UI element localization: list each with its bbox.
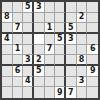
cell-r7c7-empty[interactable] [66,66,77,77]
cell-r8c7-empty[interactable] [66,77,77,88]
cell-r8c4-empty[interactable] [34,77,45,88]
cell-r7c1-empty[interactable] [2,66,13,77]
cell-r5c3-empty[interactable] [23,45,34,56]
cell-r2c7-empty[interactable] [66,13,77,24]
cell-r2c4-empty[interactable] [34,13,45,24]
cell-r4c2-empty[interactable] [13,34,24,45]
cell-r2c3-empty[interactable] [23,13,34,24]
cell-r9c5-empty[interactable] [45,87,56,98]
cell-r8c8-given-3[interactable]: 3 [77,77,88,88]
cell-r4c3-empty[interactable] [23,34,34,45]
cell-r9c3-empty[interactable] [23,87,34,98]
cell-r5c7-empty[interactable] [66,45,77,56]
cell-r4c1-given-4[interactable]: 4 [2,34,13,45]
sudoku-board: 53827154531763286594397 [0,0,100,100]
cell-r7c8-empty[interactable] [77,66,88,77]
cell-r2c9-empty[interactable] [87,13,98,24]
cell-r4c4-empty[interactable] [34,34,45,45]
cell-r2c8-given-2[interactable]: 2 [77,13,88,24]
cell-r6c3-given-3[interactable]: 3 [23,55,34,66]
cell-r3c3-empty[interactable] [23,23,34,34]
cell-r4c9-empty[interactable] [87,34,98,45]
cell-r5c9-given-6[interactable]: 6 [87,45,98,56]
cell-r7c5-empty[interactable] [45,66,56,77]
cell-r7c3-empty[interactable] [23,66,34,77]
cell-r3c8-empty[interactable] [77,23,88,34]
cell-r9c7-given-7[interactable]: 7 [66,87,77,98]
cell-r8c3-given-4[interactable]: 4 [23,77,34,88]
cell-r4c8-empty[interactable] [77,34,88,45]
cell-r6c4-given-2[interactable]: 2 [34,55,45,66]
cell-r2c5-empty[interactable] [45,13,56,24]
cell-r4c6-given-5[interactable]: 5 [55,34,66,45]
cell-r2c6-empty[interactable] [55,13,66,24]
cell-r1c7-empty[interactable] [66,2,77,13]
cell-r6c6-empty[interactable] [55,55,66,66]
cell-r6c1-empty[interactable] [2,55,13,66]
cell-r9c9-empty[interactable] [87,87,98,98]
cell-r1c3-given-5[interactable]: 5 [23,2,34,13]
cell-r8c5-empty[interactable] [45,77,56,88]
cell-r2c2-empty[interactable] [13,13,24,24]
cell-r5c5-given-7[interactable]: 7 [45,45,56,56]
cell-r5c6-empty[interactable] [55,45,66,56]
cell-r3c9-empty[interactable] [87,23,98,34]
cell-r1c1-empty[interactable] [2,2,13,13]
cell-r9c2-empty[interactable] [13,87,24,98]
cell-r8c1-empty[interactable] [2,77,13,88]
cell-r1c8-empty[interactable] [77,2,88,13]
cell-r7c4-given-5[interactable]: 5 [34,66,45,77]
cell-r6c9-empty[interactable] [87,55,98,66]
cell-r6c8-given-8[interactable]: 8 [77,55,88,66]
cell-r1c5-empty[interactable] [45,2,56,13]
cell-r3c5-given-1[interactable]: 1 [45,23,56,34]
cell-r8c2-empty[interactable] [13,77,24,88]
cell-r8c6-empty[interactable] [55,77,66,88]
cell-r3c7-given-5[interactable]: 5 [66,23,77,34]
cell-r1c6-empty[interactable] [55,2,66,13]
cell-r7c6-empty[interactable] [55,66,66,77]
cell-r9c4-empty[interactable] [34,87,45,98]
cell-r5c8-empty[interactable] [77,45,88,56]
cell-r6c2-empty[interactable] [13,55,24,66]
cell-r8c9-empty[interactable] [87,77,98,88]
cell-r7c9-given-9[interactable]: 9 [87,66,98,77]
cell-r9c1-empty[interactable] [2,87,13,98]
cell-r3c4-empty[interactable] [34,23,45,34]
cell-r6c5-empty[interactable] [45,55,56,66]
cell-r5c2-given-1[interactable]: 1 [13,45,24,56]
cell-r1c9-empty[interactable] [87,2,98,13]
cell-r5c4-empty[interactable] [34,45,45,56]
cell-r3c1-empty[interactable] [2,23,13,34]
cell-r1c4-given-3[interactable]: 3 [34,2,45,13]
cell-r2c1-given-8[interactable]: 8 [2,13,13,24]
cell-r9c6-given-9[interactable]: 9 [55,87,66,98]
cell-r7c2-given-6[interactable]: 6 [13,66,24,77]
cell-r1c2-empty[interactable] [13,2,24,13]
cell-r9c8-empty[interactable] [77,87,88,98]
cell-r4c7-given-3[interactable]: 3 [66,34,77,45]
cell-r3c2-given-7[interactable]: 7 [13,23,24,34]
cell-r5c1-empty[interactable] [2,45,13,56]
cell-r3c6-empty[interactable] [55,23,66,34]
cell-r4c5-empty[interactable] [45,34,56,45]
cell-r6c7-empty[interactable] [66,55,77,66]
